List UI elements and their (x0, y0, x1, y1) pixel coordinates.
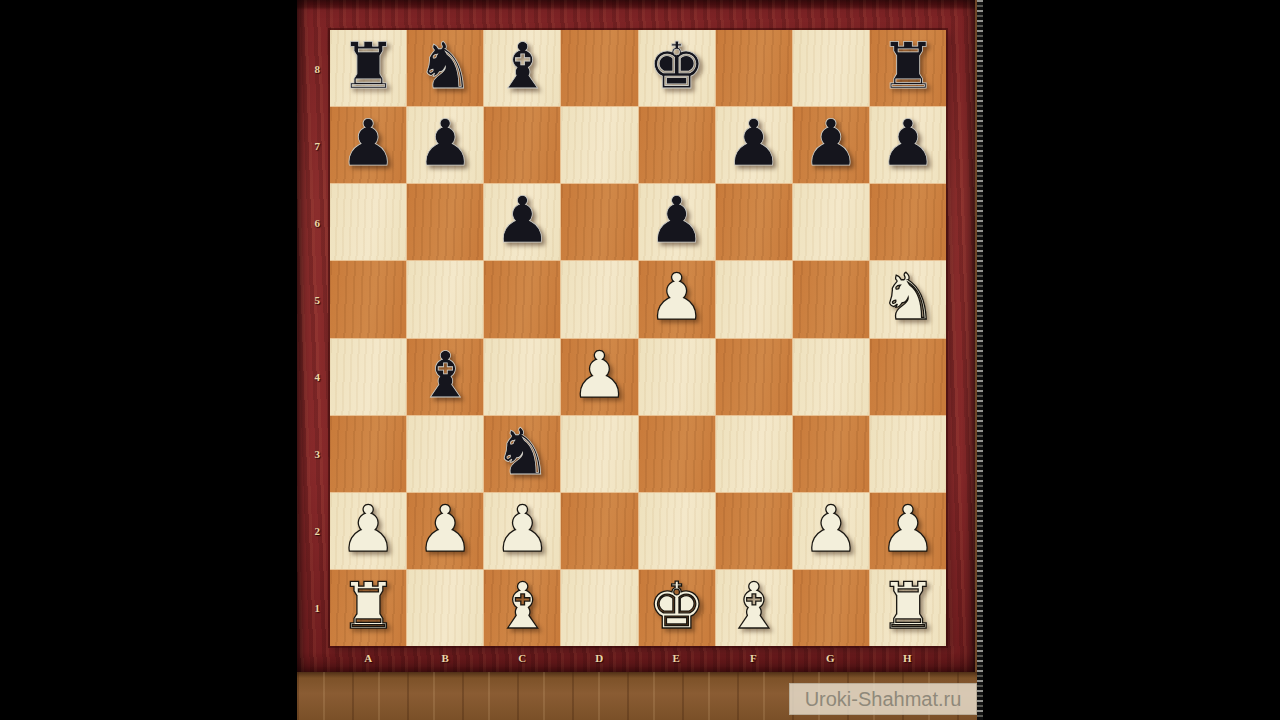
square-b8: ♞ (407, 30, 483, 106)
file-label-f: F (715, 646, 792, 669)
piece-black-pawn: ♟ (879, 111, 936, 175)
square-a2: ♟ (330, 493, 406, 569)
piece-white-pawn: ♟ (802, 497, 859, 561)
piece-black-rook: ♜ (879, 34, 936, 98)
square-c6: ♟ (484, 184, 560, 260)
rank-label-3: 3 (309, 415, 326, 492)
square-h8: ♜ (870, 30, 946, 106)
square-e5: ♟ (639, 261, 715, 337)
square-h2: ♟ (870, 493, 946, 569)
square-d1 (561, 570, 637, 646)
piece-white-pawn: ♟ (648, 265, 705, 329)
square-f5 (716, 261, 792, 337)
square-g2: ♟ (793, 493, 869, 569)
square-b5 (407, 261, 483, 337)
square-a3 (330, 416, 406, 492)
square-h5: ♞ (870, 261, 946, 337)
piece-black-knight: ♞ (417, 34, 474, 98)
piece-black-pawn: ♟ (725, 111, 782, 175)
file-label-e: E (638, 646, 715, 669)
piece-white-king: ♚ (648, 574, 705, 638)
piece-white-bishop: ♝ (725, 574, 782, 638)
square-d6 (561, 184, 637, 260)
square-b4: ♝ (407, 339, 483, 415)
board-squares: ♜♞♝♚♜♟♟♟♟♟♟♟♟♞♝♟♞♟♟♟♟♟♜♝♚♝♜ (330, 30, 946, 646)
piece-black-pawn: ♟ (417, 111, 474, 175)
piece-white-pawn: ♟ (571, 343, 628, 407)
square-b1 (407, 570, 483, 646)
square-f3 (716, 416, 792, 492)
square-b6 (407, 184, 483, 260)
square-b3 (407, 416, 483, 492)
piece-white-pawn: ♟ (879, 497, 936, 561)
rank-label-8: 8 (309, 30, 326, 107)
piece-black-king: ♚ (648, 34, 705, 98)
rank-labels: 87654321 (309, 30, 326, 646)
square-e4 (639, 339, 715, 415)
square-d2 (561, 493, 637, 569)
square-h1: ♜ (870, 570, 946, 646)
file-label-d: D (561, 646, 638, 669)
rank-label-5: 5 (309, 261, 326, 338)
square-f2 (716, 493, 792, 569)
video-frame: 87654321 ♜♞♝♚♜♟♟♟♟♟♟♟♟♞♝♟♞♟♟♟♟♟♜♝♚♝♜ ABC… (297, 0, 977, 720)
board-frame: 87654321 ♜♞♝♚♜♟♟♟♟♟♟♟♟♞♝♟♞♟♟♟♟♟♜♝♚♝♜ ABC… (297, 0, 975, 672)
square-a8: ♜ (330, 30, 406, 106)
square-h6 (870, 184, 946, 260)
square-e1: ♚ (639, 570, 715, 646)
piece-white-knight: ♞ (879, 265, 936, 329)
square-e3 (639, 416, 715, 492)
piece-black-bishop: ♝ (417, 343, 474, 407)
file-label-g: G (792, 646, 869, 669)
square-e8: ♚ (639, 30, 715, 106)
square-g3 (793, 416, 869, 492)
rank-label-6: 6 (309, 184, 326, 261)
rank-label-4: 4 (309, 338, 326, 415)
square-f8 (716, 30, 792, 106)
piece-black-pawn: ♟ (648, 188, 705, 252)
piece-black-rook: ♜ (339, 34, 396, 98)
piece-black-knight: ♞ (494, 420, 551, 484)
square-a6 (330, 184, 406, 260)
square-c2: ♟ (484, 493, 560, 569)
square-c8: ♝ (484, 30, 560, 106)
square-c4 (484, 339, 560, 415)
piece-white-pawn: ♟ (417, 497, 474, 561)
square-d7 (561, 107, 637, 183)
piece-white-rook: ♜ (879, 574, 936, 638)
piece-black-pawn: ♟ (802, 111, 859, 175)
letterbox-left (0, 0, 297, 720)
square-d8 (561, 30, 637, 106)
square-c7 (484, 107, 560, 183)
square-c1: ♝ (484, 570, 560, 646)
square-f1: ♝ (716, 570, 792, 646)
square-b7: ♟ (407, 107, 483, 183)
square-h4 (870, 339, 946, 415)
file-labels: ABCDEFGH (330, 646, 946, 669)
square-g5 (793, 261, 869, 337)
rank-label-2: 2 (309, 492, 326, 569)
square-d5 (561, 261, 637, 337)
square-g8 (793, 30, 869, 106)
letterbox-right (983, 0, 1280, 720)
square-a4 (330, 339, 406, 415)
square-e2 (639, 493, 715, 569)
square-f7: ♟ (716, 107, 792, 183)
piece-black-pawn: ♟ (339, 111, 396, 175)
square-g7: ♟ (793, 107, 869, 183)
piece-white-pawn: ♟ (339, 497, 396, 561)
rank-label-7: 7 (309, 107, 326, 184)
piece-white-pawn: ♟ (494, 497, 551, 561)
square-g4 (793, 339, 869, 415)
square-a5 (330, 261, 406, 337)
rank-label-1: 1 (309, 569, 326, 646)
square-d4: ♟ (561, 339, 637, 415)
square-f6 (716, 184, 792, 260)
piece-black-bishop: ♝ (494, 34, 551, 98)
square-d3 (561, 416, 637, 492)
square-f4 (716, 339, 792, 415)
file-label-h: H (869, 646, 946, 669)
square-e7 (639, 107, 715, 183)
film-strip-artifact (977, 0, 983, 720)
piece-white-rook: ♜ (339, 574, 396, 638)
square-e6: ♟ (639, 184, 715, 260)
square-a1: ♜ (330, 570, 406, 646)
piece-white-bishop: ♝ (494, 574, 551, 638)
file-label-c: C (484, 646, 561, 669)
square-a7: ♟ (330, 107, 406, 183)
square-b2: ♟ (407, 493, 483, 569)
watermark: Uroki-Shahmat.ru (789, 683, 977, 715)
square-h3 (870, 416, 946, 492)
piece-black-pawn: ♟ (494, 188, 551, 252)
square-g1 (793, 570, 869, 646)
square-g6 (793, 184, 869, 260)
square-c5 (484, 261, 560, 337)
square-h7: ♟ (870, 107, 946, 183)
square-c3: ♞ (484, 416, 560, 492)
file-label-b: B (407, 646, 484, 669)
file-label-a: A (330, 646, 407, 669)
